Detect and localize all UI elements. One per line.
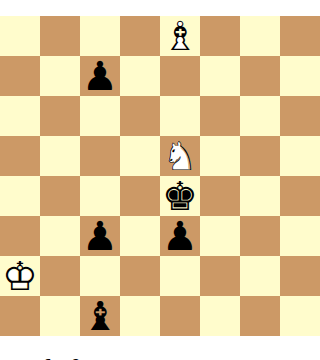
square-d5[interactable] <box>120 136 160 176</box>
white-king-glyph: ♔ <box>2 256 38 296</box>
square-a3[interactable] <box>0 216 40 256</box>
square-g1[interactable] <box>240 296 280 336</box>
square-b2[interactable] <box>40 256 80 296</box>
square-f8[interactable] <box>200 16 240 56</box>
square-f5[interactable] <box>200 136 240 176</box>
square-h7[interactable] <box>280 56 320 96</box>
white-king-a2: ♚♔ <box>0 256 40 296</box>
chess-board: ♝♗♟♞♘♚♟♟♚♔♝ <box>0 16 320 336</box>
square-a2[interactable]: ♚♔ <box>0 256 40 296</box>
black-pawn-glyph: ♟ <box>82 56 118 96</box>
square-e4[interactable]: ♚ <box>160 176 200 216</box>
square-d3[interactable] <box>120 216 160 256</box>
square-e6[interactable] <box>160 96 200 136</box>
square-h2[interactable] <box>280 256 320 296</box>
square-f2[interactable] <box>200 256 240 296</box>
header-bar: MES.1235 <box>0 0 320 16</box>
square-b4[interactable] <box>40 176 80 216</box>
square-b3[interactable] <box>40 216 80 256</box>
square-d4[interactable] <box>120 176 160 216</box>
footer-bar: 1. ? <box>0 336 320 360</box>
white-bishop-e8: ♝♗ <box>160 16 200 56</box>
black-bishop-c1: ♝ <box>80 296 120 336</box>
square-e2[interactable] <box>160 256 200 296</box>
black-pawn-e3: ♟ <box>160 216 200 256</box>
square-a7[interactable] <box>0 56 40 96</box>
white-bishop-glyph: ♗ <box>162 16 198 56</box>
square-a4[interactable] <box>0 176 40 216</box>
black-pawn-glyph: ♟ <box>162 216 198 256</box>
square-c7[interactable]: ♟ <box>80 56 120 96</box>
black-pawn-glyph: ♟ <box>82 216 118 256</box>
square-f1[interactable] <box>200 296 240 336</box>
black-king-glyph: ♚ <box>162 176 198 216</box>
black-pawn-c3: ♟ <box>80 216 120 256</box>
square-g6[interactable] <box>240 96 280 136</box>
square-f3[interactable] <box>200 216 240 256</box>
square-b7[interactable] <box>40 56 80 96</box>
square-g4[interactable] <box>240 176 280 216</box>
square-e8[interactable]: ♝♗ <box>160 16 200 56</box>
square-h8[interactable] <box>280 16 320 56</box>
square-b1[interactable] <box>40 296 80 336</box>
square-d7[interactable] <box>120 56 160 96</box>
square-f7[interactable] <box>200 56 240 96</box>
square-f6[interactable] <box>200 96 240 136</box>
white-knight-glyph: ♘ <box>162 136 198 176</box>
square-d2[interactable] <box>120 256 160 296</box>
square-g7[interactable] <box>240 56 280 96</box>
square-a1[interactable] <box>0 296 40 336</box>
black-pawn-c7: ♟ <box>80 56 120 96</box>
square-g8[interactable] <box>240 16 280 56</box>
square-g5[interactable] <box>240 136 280 176</box>
square-h3[interactable] <box>280 216 320 256</box>
square-h5[interactable] <box>280 136 320 176</box>
square-f4[interactable] <box>200 176 240 216</box>
square-e3[interactable]: ♟ <box>160 216 200 256</box>
white-knight-e5: ♞♘ <box>160 136 200 176</box>
square-c4[interactable] <box>80 176 120 216</box>
square-h4[interactable] <box>280 176 320 216</box>
square-c1[interactable]: ♝ <box>80 296 120 336</box>
square-b6[interactable] <box>40 96 80 136</box>
square-c6[interactable] <box>80 96 120 136</box>
square-g2[interactable] <box>240 256 280 296</box>
black-king-e4: ♚ <box>160 176 200 216</box>
black-bishop-glyph: ♝ <box>82 296 118 336</box>
square-c3[interactable]: ♟ <box>80 216 120 256</box>
square-d6[interactable] <box>120 96 160 136</box>
square-h1[interactable] <box>280 296 320 336</box>
square-c5[interactable] <box>80 136 120 176</box>
square-a5[interactable] <box>0 136 40 176</box>
square-e1[interactable] <box>160 296 200 336</box>
square-e5[interactable]: ♞♘ <box>160 136 200 176</box>
chess-puzzle-app: MES.1235 ♝♗♟♞♘♚♟♟♚♔♝ 1. ? <box>0 0 320 360</box>
square-a6[interactable] <box>0 96 40 136</box>
square-c8[interactable] <box>80 16 120 56</box>
square-a8[interactable] <box>0 16 40 56</box>
square-e7[interactable] <box>160 56 200 96</box>
square-d8[interactable] <box>120 16 160 56</box>
square-b8[interactable] <box>40 16 80 56</box>
square-d1[interactable] <box>120 296 160 336</box>
square-h6[interactable] <box>280 96 320 136</box>
square-b5[interactable] <box>40 136 80 176</box>
square-g3[interactable] <box>240 216 280 256</box>
square-c2[interactable] <box>80 256 120 296</box>
